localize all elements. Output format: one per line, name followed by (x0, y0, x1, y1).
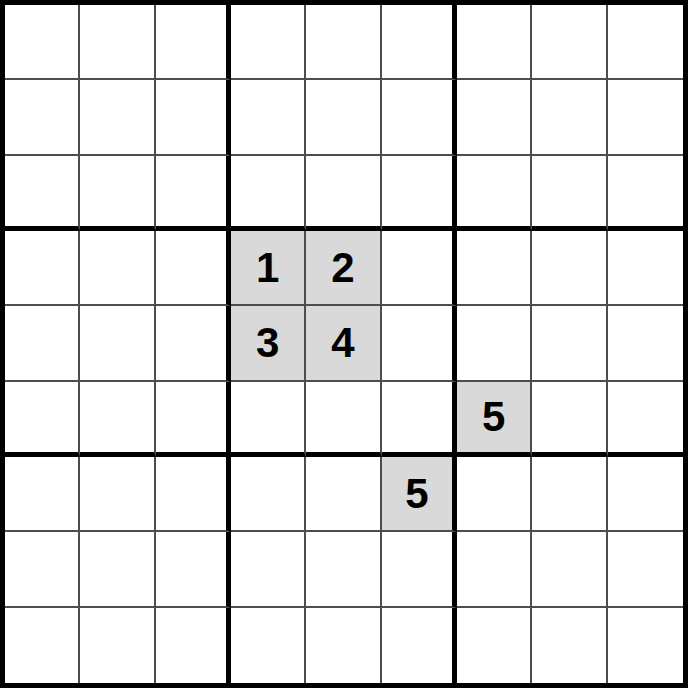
cell-r8-c5[interactable] (382, 608, 457, 683)
cell-r0-c2[interactable] (156, 5, 231, 80)
cell-r2-c7[interactable] (532, 156, 607, 231)
cell-r5-c1[interactable] (80, 382, 155, 457)
cell-r7-c8[interactable] (608, 532, 683, 607)
cell-r7-c3[interactable] (231, 532, 306, 607)
cell-r4-c7[interactable] (532, 306, 607, 381)
cell-r3-c3[interactable]: 1 (231, 231, 306, 306)
cell-r3-c5[interactable] (382, 231, 457, 306)
cell-r4-c5[interactable] (382, 306, 457, 381)
cell-r4-c0[interactable] (5, 306, 80, 381)
cell-r6-c1[interactable] (80, 457, 155, 532)
cell-r2-c4[interactable] (306, 156, 381, 231)
cell-r4-c6[interactable] (457, 306, 532, 381)
cell-r1-c7[interactable] (532, 80, 607, 155)
cell-r7-c2[interactable] (156, 532, 231, 607)
cell-r5-c2[interactable] (156, 382, 231, 457)
cell-r6-c8[interactable] (608, 457, 683, 532)
cell-r1-c5[interactable] (382, 80, 457, 155)
cell-r5-c4[interactable] (306, 382, 381, 457)
cell-r0-c4[interactable] (306, 5, 381, 80)
cell-r5-c7[interactable] (532, 382, 607, 457)
cell-r5-c3[interactable] (231, 382, 306, 457)
cell-r3-c7[interactable] (532, 231, 607, 306)
cell-r6-c5[interactable]: 5 (382, 457, 457, 532)
cell-r2-c2[interactable] (156, 156, 231, 231)
cell-r2-c1[interactable] (80, 156, 155, 231)
cell-r0-c1[interactable] (80, 5, 155, 80)
cell-r1-c4[interactable] (306, 80, 381, 155)
cell-r2-c8[interactable] (608, 156, 683, 231)
cell-r0-c3[interactable] (231, 5, 306, 80)
cell-r6-c6[interactable] (457, 457, 532, 532)
cell-r4-c4[interactable]: 4 (306, 306, 381, 381)
cell-r2-c0[interactable] (5, 156, 80, 231)
cell-r4-c2[interactable] (156, 306, 231, 381)
cell-r1-c3[interactable] (231, 80, 306, 155)
cell-r8-c6[interactable] (457, 608, 532, 683)
sudoku-board: 123455 (0, 0, 688, 688)
cell-r1-c0[interactable] (5, 80, 80, 155)
cell-r3-c4[interactable]: 2 (306, 231, 381, 306)
cell-r8-c4[interactable] (306, 608, 381, 683)
cell-r4-c8[interactable] (608, 306, 683, 381)
cell-r5-c8[interactable] (608, 382, 683, 457)
cell-r6-c4[interactable] (306, 457, 381, 532)
cell-r1-c2[interactable] (156, 80, 231, 155)
cell-r3-c1[interactable] (80, 231, 155, 306)
cell-r2-c6[interactable] (457, 156, 532, 231)
cell-r3-c8[interactable] (608, 231, 683, 306)
cell-r4-c3[interactable]: 3 (231, 306, 306, 381)
cell-r1-c8[interactable] (608, 80, 683, 155)
cell-r5-c5[interactable] (382, 382, 457, 457)
cell-r3-c2[interactable] (156, 231, 231, 306)
cell-r7-c5[interactable] (382, 532, 457, 607)
cell-r7-c7[interactable] (532, 532, 607, 607)
cell-r2-c3[interactable] (231, 156, 306, 231)
cell-r6-c7[interactable] (532, 457, 607, 532)
sudoku-page: 123455 (0, 0, 688, 688)
cell-r8-c7[interactable] (532, 608, 607, 683)
cell-r6-c2[interactable] (156, 457, 231, 532)
cell-r8-c8[interactable] (608, 608, 683, 683)
cell-r7-c6[interactable] (457, 532, 532, 607)
cell-r0-c8[interactable] (608, 5, 683, 80)
cell-r5-c0[interactable] (5, 382, 80, 457)
cell-r4-c1[interactable] (80, 306, 155, 381)
cell-r3-c0[interactable] (5, 231, 80, 306)
cell-r0-c0[interactable] (5, 5, 80, 80)
cell-r6-c3[interactable] (231, 457, 306, 532)
cell-r6-c0[interactable] (5, 457, 80, 532)
cell-r8-c2[interactable] (156, 608, 231, 683)
cell-r7-c4[interactable] (306, 532, 381, 607)
cell-r1-c1[interactable] (80, 80, 155, 155)
cell-r8-c3[interactable] (231, 608, 306, 683)
cell-r5-c6[interactable]: 5 (457, 382, 532, 457)
cell-r0-c6[interactable] (457, 5, 532, 80)
cell-r3-c6[interactable] (457, 231, 532, 306)
cell-r0-c5[interactable] (382, 5, 457, 80)
cell-r7-c0[interactable] (5, 532, 80, 607)
cell-r2-c5[interactable] (382, 156, 457, 231)
cell-r8-c1[interactable] (80, 608, 155, 683)
cell-r8-c0[interactable] (5, 608, 80, 683)
cell-r7-c1[interactable] (80, 532, 155, 607)
cell-r1-c6[interactable] (457, 80, 532, 155)
cell-r0-c7[interactable] (532, 5, 607, 80)
